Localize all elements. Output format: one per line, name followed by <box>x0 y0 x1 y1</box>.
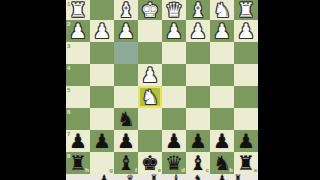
square-e1[interactable]: ♚ <box>138 0 162 20</box>
piece-black-knight-b8[interactable]: ♞ <box>210 152 234 174</box>
video-frame: 1♜♝♚♛♝♞♜2♟♟♟♟♟♟♟34♟5♞6♞7♟♟♟♟♟♟♟8h♜gf♝e♚d… <box>0 0 320 180</box>
square-f7[interactable]: ♟ <box>114 130 138 152</box>
square-b8[interactable]: b♞ <box>210 152 234 174</box>
square-a4[interactable] <box>234 64 258 86</box>
square-f6[interactable]: ♞ <box>114 108 138 130</box>
square-b2[interactable]: ♟ <box>210 20 234 42</box>
square-c1[interactable]: ♝ <box>186 0 210 20</box>
square-g6[interactable] <box>90 108 114 130</box>
strip-rook-icon: ♜ <box>234 174 242 180</box>
strip-pawn-icon: ♟ <box>100 174 108 180</box>
piece-white-king-e1[interactable]: ♚ <box>138 0 162 20</box>
square-a5[interactable] <box>234 86 258 108</box>
piece-white-knight-e5[interactable]: ♞ <box>138 86 162 108</box>
piece-white-pawn-b2[interactable]: ♟ <box>210 20 234 42</box>
square-h2[interactable]: 2♟ <box>66 20 90 42</box>
piece-black-rook-h8[interactable]: ♜ <box>66 152 90 174</box>
square-a6[interactable] <box>234 108 258 130</box>
square-e4[interactable]: ♟ <box>138 64 162 86</box>
square-d7[interactable]: ♟ <box>162 130 186 152</box>
square-e2[interactable] <box>138 20 162 42</box>
square-a1[interactable]: ♜ <box>234 0 258 20</box>
square-d4[interactable] <box>162 64 186 86</box>
square-b1[interactable]: ♞ <box>210 0 234 20</box>
square-h5[interactable]: 5 <box>66 86 90 108</box>
piece-white-pawn-g2[interactable]: ♟ <box>90 20 114 42</box>
rank-label-6: 6 <box>67 109 70 115</box>
square-e6[interactable] <box>138 108 162 130</box>
square-a2[interactable]: ♟ <box>234 20 258 42</box>
square-g7[interactable]: ♟ <box>90 130 114 152</box>
square-a7[interactable]: ♟ <box>234 130 258 152</box>
square-h1[interactable]: 1♜ <box>66 0 90 20</box>
piece-black-knight-f6[interactable]: ♞ <box>114 108 138 130</box>
square-b4[interactable] <box>210 64 234 86</box>
square-f4[interactable] <box>114 64 138 86</box>
piece-black-pawn-g7[interactable]: ♟ <box>90 130 114 152</box>
square-c4[interactable] <box>186 64 210 86</box>
piece-white-pawn-h2[interactable]: ♟ <box>66 20 90 42</box>
rank-label-3: 3 <box>67 43 70 49</box>
square-c8[interactable]: c♝ <box>186 152 210 174</box>
square-h8[interactable]: 8h♜ <box>66 152 90 174</box>
strip-queen-icon: ♛ <box>126 174 134 180</box>
square-f1[interactable]: ♝ <box>114 0 138 20</box>
captured-pieces-strip: ♟♛♜♝♞♟♜ <box>66 174 258 180</box>
piece-white-pawn-d2[interactable]: ♟ <box>162 20 186 42</box>
square-d1[interactable]: ♛ <box>162 0 186 20</box>
square-b7[interactable]: ♟ <box>210 130 234 152</box>
square-b6[interactable] <box>210 108 234 130</box>
strip-knight-icon: ♞ <box>194 174 202 180</box>
square-c7[interactable]: ♟ <box>186 130 210 152</box>
square-f3[interactable] <box>114 42 138 64</box>
piece-black-pawn-d7[interactable]: ♟ <box>162 130 186 152</box>
file-label-g: g <box>109 167 113 173</box>
square-h3[interactable]: 3 <box>66 42 90 64</box>
square-e7[interactable] <box>138 130 162 152</box>
piece-white-bishop-f1[interactable]: ♝ <box>114 0 138 20</box>
square-g8[interactable]: g <box>90 152 114 174</box>
chess-board: 1♜♝♚♛♝♞♜2♟♟♟♟♟♟♟34♟5♞6♞7♟♟♟♟♟♟♟8h♜gf♝e♚d… <box>66 0 258 174</box>
piece-white-rook-h1[interactable]: ♜ <box>66 0 90 20</box>
square-g2[interactable]: ♟ <box>90 20 114 42</box>
square-d3[interactable] <box>162 42 186 64</box>
piece-white-knight-b1[interactable]: ♞ <box>210 0 234 20</box>
square-g1[interactable] <box>90 0 114 20</box>
square-h4[interactable]: 4 <box>66 64 90 86</box>
square-b5[interactable] <box>210 86 234 108</box>
piece-white-pawn-c2[interactable]: ♟ <box>186 20 210 42</box>
piece-black-king-e8[interactable]: ♚ <box>138 152 162 174</box>
rank-label-4: 4 <box>67 65 70 71</box>
square-d5[interactable] <box>162 86 186 108</box>
square-g4[interactable] <box>90 64 114 86</box>
square-c5[interactable] <box>186 86 210 108</box>
square-d6[interactable] <box>162 108 186 130</box>
square-e3[interactable] <box>138 42 162 64</box>
piece-white-pawn-a2[interactable]: ♟ <box>234 20 258 42</box>
square-c3[interactable] <box>186 42 210 64</box>
piece-white-pawn-e4[interactable]: ♟ <box>138 64 162 86</box>
square-h6[interactable]: 6 <box>66 108 90 130</box>
square-d2[interactable]: ♟ <box>162 20 186 42</box>
square-g3[interactable] <box>90 42 114 64</box>
piece-black-bishop-f8[interactable]: ♝ <box>114 152 138 174</box>
square-g5[interactable] <box>90 86 114 108</box>
piece-white-rook-a1[interactable]: ♜ <box>234 0 258 20</box>
square-b3[interactable] <box>210 42 234 64</box>
piece-white-pawn-f2[interactable]: ♟ <box>114 20 138 42</box>
strip-bishop-icon: ♝ <box>172 174 180 180</box>
piece-white-bishop-c1[interactable]: ♝ <box>186 0 210 20</box>
square-f5[interactable] <box>114 86 138 108</box>
square-a3[interactable] <box>234 42 258 64</box>
piece-black-pawn-h7[interactable]: ♟ <box>66 130 90 152</box>
piece-black-bishop-c8[interactable]: ♝ <box>186 152 210 174</box>
strip-rook-icon: ♜ <box>150 174 158 180</box>
rank-label-5: 5 <box>67 87 70 93</box>
square-c2[interactable]: ♟ <box>186 20 210 42</box>
piece-black-queen-d8[interactable]: ♛ <box>162 152 186 174</box>
square-f8[interactable]: f♝ <box>114 152 138 174</box>
piece-black-pawn-b7[interactable]: ♟ <box>210 130 234 152</box>
square-d8[interactable]: d♛ <box>162 152 186 174</box>
piece-black-pawn-c7[interactable]: ♟ <box>186 130 210 152</box>
piece-black-rook-a8[interactable]: ♜ <box>234 152 258 174</box>
piece-black-pawn-f7[interactable]: ♟ <box>114 130 138 152</box>
square-a8[interactable]: a♜ <box>234 152 258 174</box>
piece-black-pawn-a7[interactable]: ♟ <box>234 130 258 152</box>
square-c6[interactable] <box>186 108 210 130</box>
square-e8[interactable]: e♚ <box>138 152 162 174</box>
strip-pawn-icon: ♟ <box>218 174 226 180</box>
piece-white-queen-d1[interactable]: ♛ <box>162 0 186 20</box>
square-e5[interactable]: ♞ <box>138 86 162 108</box>
square-h7[interactable]: 7♟ <box>66 130 90 152</box>
square-f2[interactable]: ♟ <box>114 20 138 42</box>
